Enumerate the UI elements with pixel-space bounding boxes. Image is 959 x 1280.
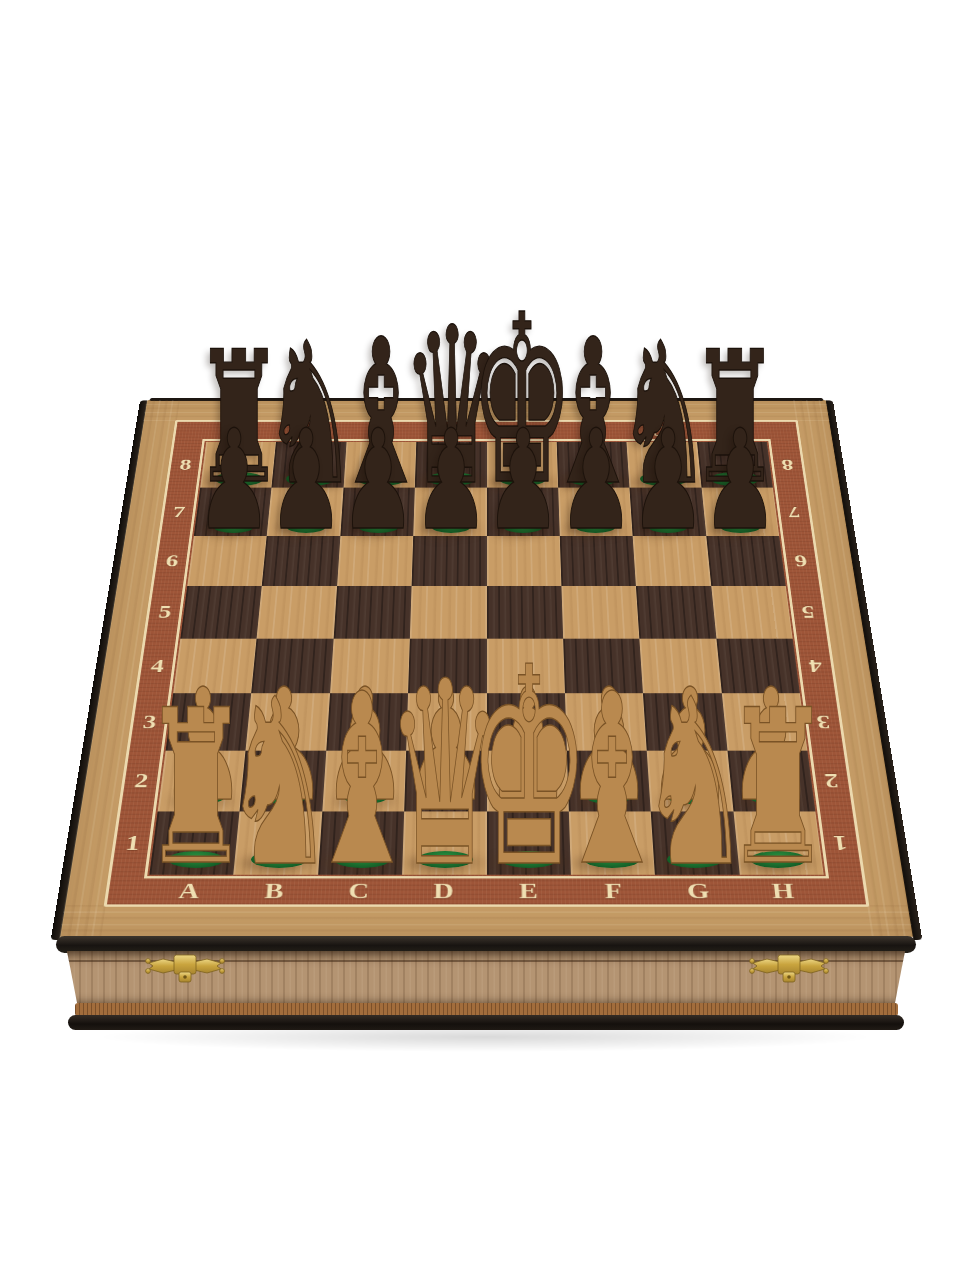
- piece-black-pawn-d7[interactable]: ♟: [412, 412, 489, 550]
- chess-set-scene: 88AA77BB66CC55DD44EE33FF22GG11HH: [0, 0, 959, 1280]
- piece-black-pawn-c7[interactable]: ♟: [340, 412, 417, 550]
- piece-black-pawn-h7[interactable]: ♟: [702, 412, 779, 550]
- piece-white-rook-h1[interactable]: ♜: [725, 682, 832, 895]
- piece-black-pawn-g7[interactable]: ♟: [630, 412, 707, 550]
- piece-black-pawn-a7[interactable]: ♟: [195, 412, 272, 550]
- piece-black-pawn-b7[interactable]: ♟: [268, 412, 345, 550]
- piece-black-pawn-e7[interactable]: ♟: [485, 412, 562, 550]
- piece-black-pawn-f7[interactable]: ♟: [557, 412, 634, 550]
- pieces-layer: ♜♞♝♛♚♝♞♜♟♟♟♟♟♟♟♟♟♟♟♟♟♟♟♟♜♞♝♛♚♝♞♜: [0, 0, 959, 1280]
